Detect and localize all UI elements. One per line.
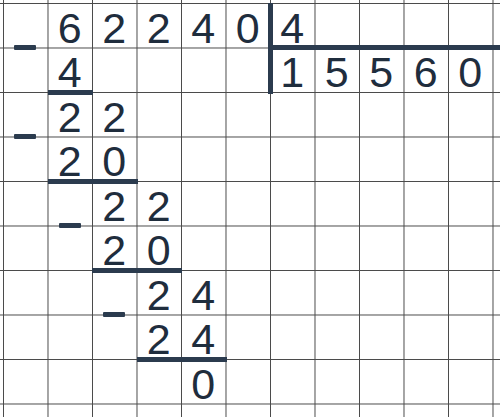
digit-cell-r0c3: 2: [137, 6, 182, 51]
digit-cell-r4c2: 2: [92, 184, 137, 229]
digit-cell-r2c2: 2: [92, 95, 137, 140]
digit-cell-r7c3: 2: [137, 318, 182, 363]
digit-cell-r3c1: 2: [48, 140, 93, 185]
digit-cell-r1c1: 4: [48, 51, 93, 96]
digit-cell-r0c2: 2: [92, 6, 137, 51]
digit-cell-r1c9: 6: [404, 51, 449, 96]
digit-cell-r7c4: 4: [181, 318, 226, 363]
digit-cell-r0c5: 0: [226, 6, 271, 51]
long-division-grid: 6224044155602220222024240: [3, 3, 493, 404]
digit-cell-r1c8: 5: [359, 51, 404, 96]
minus-sign: [59, 223, 81, 228]
subtraction-underline: [92, 268, 182, 273]
division-bracket-horizontal: [268, 45, 500, 50]
digit-cell-r6c4: 4: [181, 273, 226, 318]
subtraction-underline: [48, 90, 94, 95]
squared-paper-sheet: 6224044155602220222024240: [0, 0, 500, 417]
digit-cell-r8c4: 0: [181, 362, 226, 407]
digit-cell-r1c7: 5: [315, 51, 360, 96]
digit-cell-r4c3: 2: [137, 184, 182, 229]
digit-cell-r6c3: 2: [137, 273, 182, 318]
minus-sign: [103, 312, 125, 317]
minus-sign: [14, 134, 36, 139]
subtraction-underline: [48, 179, 138, 184]
subtraction-underline: [137, 357, 227, 362]
digit-cell-r2c1: 2: [48, 95, 93, 140]
digit-cell-r3c2: 0: [92, 140, 137, 185]
digit-cell-r1c10: 0: [448, 51, 493, 96]
digit-cell-r5c2: 2: [92, 229, 137, 274]
digit-cell-r0c4: 4: [181, 6, 226, 51]
digit-cell-r0c1: 6: [48, 6, 93, 51]
digit-cell-r1c6: 1: [270, 51, 315, 96]
minus-sign: [14, 45, 36, 50]
digit-cell-r5c3: 0: [137, 229, 182, 274]
digit-cell-r0c6: 4: [270, 6, 315, 51]
